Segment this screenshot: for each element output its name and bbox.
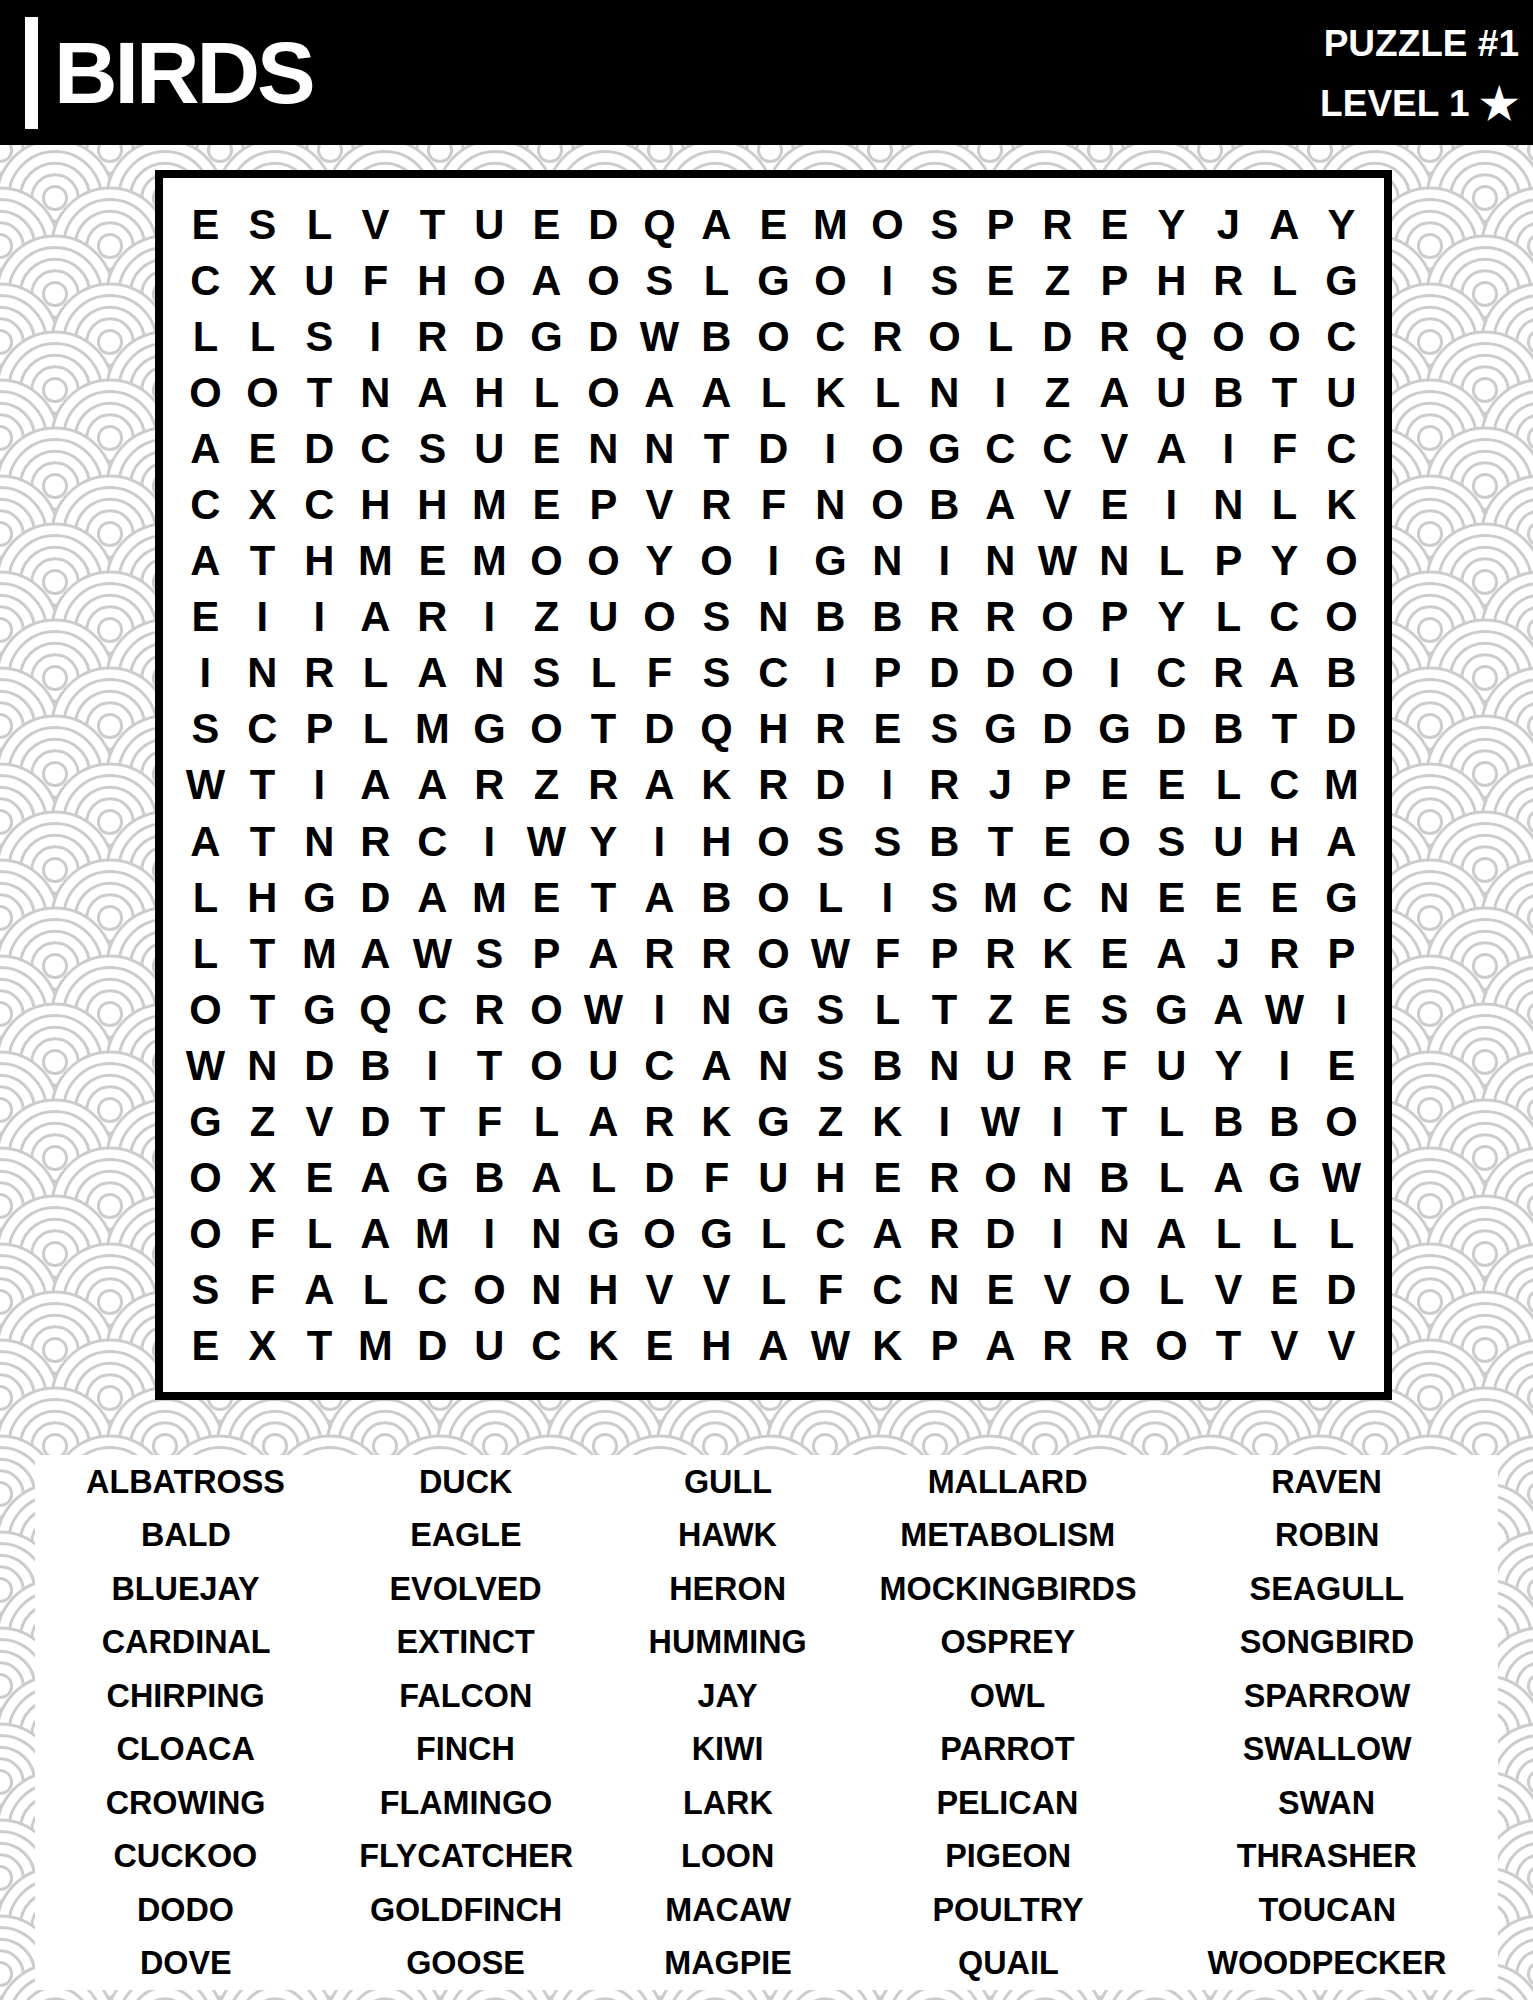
grid-cell[interactable]: E [1087,476,1142,532]
grid-cell[interactable]: A [632,869,687,925]
grid-cell[interactable]: L [348,1262,403,1318]
grid-cell[interactable]: Y [576,813,631,869]
grid-cell[interactable]: V [1087,420,1142,476]
grid-cell[interactable]: U [576,1037,631,1093]
grid-cell[interactable]: M [462,533,517,589]
grid-cell[interactable]: B [916,476,971,532]
grid-cell[interactable]: O [576,252,631,308]
grid-cell[interactable]: I [235,589,290,645]
grid-cell[interactable]: W [1257,981,1312,1037]
grid-cell[interactable]: B [1200,1094,1255,1150]
grid-cell[interactable]: V [1030,476,1085,532]
grid-cell[interactable]: L [1200,757,1255,813]
grid-cell[interactable]: G [803,533,858,589]
grid-cell[interactable]: M [405,1206,460,1262]
grid-cell[interactable]: L [178,308,233,364]
grid-cell[interactable]: I [348,308,403,364]
grid-cell[interactable]: O [860,420,915,476]
grid-cell[interactable]: O [1314,533,1369,589]
grid-cell[interactable]: Y [632,533,687,589]
grid-cell[interactable]: L [1257,476,1312,532]
grid-cell[interactable]: O [178,1150,233,1206]
grid-cell[interactable]: N [746,589,801,645]
grid-cell[interactable]: E [178,196,233,252]
grid-cell[interactable]: P [519,925,574,981]
grid-cell[interactable]: O [462,252,517,308]
grid-cell[interactable]: O [1257,308,1312,364]
grid-cell[interactable]: T [1200,1318,1255,1374]
grid-cell[interactable]: H [291,533,346,589]
grid-cell[interactable]: A [348,589,403,645]
grid-cell[interactable]: R [291,645,346,701]
grid-cell[interactable]: T [916,981,971,1037]
grid-cell[interactable]: W [405,925,460,981]
grid-cell[interactable]: A [1144,925,1199,981]
grid-cell[interactable]: S [235,196,290,252]
grid-cell[interactable]: N [1087,533,1142,589]
grid-cell[interactable]: A [973,476,1028,532]
grid-cell[interactable]: E [860,701,915,757]
grid-cell[interactable]: L [519,364,574,420]
grid-cell[interactable]: T [1257,701,1312,757]
grid-cell[interactable]: N [632,420,687,476]
grid-cell[interactable]: I [803,645,858,701]
grid-cell[interactable]: H [1257,813,1312,869]
grid-cell[interactable]: A [1144,1206,1199,1262]
grid-cell[interactable]: S [689,589,744,645]
grid-cell[interactable]: P [916,925,971,981]
grid-cell[interactable]: L [860,364,915,420]
grid-cell[interactable]: X [235,1150,290,1206]
grid-cell[interactable]: A [348,1206,403,1262]
grid-cell[interactable]: R [973,589,1028,645]
grid-cell[interactable]: C [973,420,1028,476]
grid-cell[interactable]: X [235,252,290,308]
grid-cell[interactable]: A [632,364,687,420]
grid-cell[interactable]: I [860,252,915,308]
grid-cell[interactable]: O [519,701,574,757]
grid-cell[interactable]: F [462,1094,517,1150]
grid-cell[interactable]: D [1144,701,1199,757]
grid-cell[interactable]: R [576,757,631,813]
grid-cell[interactable]: A [348,757,403,813]
grid-cell[interactable]: I [291,757,346,813]
grid-cell[interactable]: D [348,1094,403,1150]
grid-cell[interactable]: A [576,925,631,981]
grid-cell[interactable]: A [1257,196,1312,252]
grid-cell[interactable]: O [235,364,290,420]
grid-cell[interactable]: G [1314,252,1369,308]
grid-cell[interactable]: L [689,252,744,308]
grid-cell[interactable]: R [1030,1037,1085,1093]
grid-cell[interactable]: A [178,533,233,589]
grid-cell[interactable]: O [746,869,801,925]
grid-cell[interactable]: D [576,196,631,252]
grid-cell[interactable]: G [519,308,574,364]
grid-cell[interactable]: O [178,981,233,1037]
grid-cell[interactable]: P [860,645,915,701]
grid-cell[interactable]: I [178,645,233,701]
grid-cell[interactable]: R [1087,308,1142,364]
grid-cell[interactable]: G [178,1094,233,1150]
grid-cell[interactable]: I [803,420,858,476]
grid-cell[interactable]: A [405,869,460,925]
grid-cell[interactable]: E [973,252,1028,308]
grid-cell[interactable]: J [973,757,1028,813]
grid-cell[interactable]: T [405,1094,460,1150]
grid-cell[interactable]: D [462,308,517,364]
grid-cell[interactable]: V [632,476,687,532]
grid-cell[interactable]: Y [1144,589,1199,645]
grid-cell[interactable]: A [178,420,233,476]
grid-cell[interactable]: U [1144,364,1199,420]
grid-cell[interactable]: T [462,1037,517,1093]
grid-cell[interactable]: D [1314,701,1369,757]
grid-cell[interactable]: V [1314,1318,1369,1374]
grid-cell[interactable]: E [291,1150,346,1206]
grid-cell[interactable]: G [1314,869,1369,925]
grid-cell[interactable]: S [462,925,517,981]
grid-cell[interactable]: A [860,1206,915,1262]
grid-cell[interactable]: C [235,701,290,757]
grid-cell[interactable]: R [689,476,744,532]
grid-cell[interactable]: N [973,533,1028,589]
grid-cell[interactable]: E [1257,869,1312,925]
grid-cell[interactable]: B [916,813,971,869]
grid-cell[interactable]: E [519,196,574,252]
grid-cell[interactable]: R [916,589,971,645]
grid-cell[interactable]: Z [1030,364,1085,420]
grid-cell[interactable]: D [1314,1262,1369,1318]
grid-cell[interactable]: M [348,533,403,589]
grid-cell[interactable]: U [576,589,631,645]
grid-cell[interactable]: W [803,925,858,981]
grid-cell[interactable]: L [1144,1150,1199,1206]
grid-cell[interactable]: G [916,420,971,476]
grid-cell[interactable]: A [973,1318,1028,1374]
grid-cell[interactable]: T [291,364,346,420]
grid-cell[interactable]: W [1314,1150,1369,1206]
grid-cell[interactable]: H [576,1262,631,1318]
grid-cell[interactable]: G [746,252,801,308]
grid-cell[interactable]: N [689,981,744,1037]
grid-cell[interactable]: K [1314,476,1369,532]
grid-cell[interactable]: R [632,925,687,981]
grid-cell[interactable]: A [1257,645,1312,701]
grid-cell[interactable]: O [746,925,801,981]
grid-cell[interactable]: P [1087,589,1142,645]
grid-cell[interactable]: C [1144,645,1199,701]
grid-cell[interactable]: I [860,757,915,813]
grid-cell[interactable]: H [689,1318,744,1374]
grid-cell[interactable]: I [1314,981,1369,1037]
grid-cell[interactable]: U [462,196,517,252]
grid-cell[interactable]: N [519,1262,574,1318]
grid-cell[interactable]: J [1200,925,1255,981]
grid-cell[interactable]: B [1200,364,1255,420]
grid-cell[interactable]: L [1314,1206,1369,1262]
grid-cell[interactable]: N [860,533,915,589]
grid-cell[interactable]: R [916,1206,971,1262]
grid-cell[interactable]: R [746,757,801,813]
grid-cell[interactable]: I [632,981,687,1037]
grid-cell[interactable]: Y [1257,533,1312,589]
grid-cell[interactable]: L [746,1206,801,1262]
grid-cell[interactable]: B [1200,701,1255,757]
grid-cell[interactable]: H [348,476,403,532]
grid-cell[interactable]: R [1087,1318,1142,1374]
grid-cell[interactable]: Z [235,1094,290,1150]
grid-cell[interactable]: W [803,1318,858,1374]
grid-cell[interactable]: S [1144,813,1199,869]
grid-cell[interactable]: S [803,1037,858,1093]
grid-cell[interactable]: S [178,1262,233,1318]
grid-cell[interactable]: V [291,1094,346,1150]
grid-cell[interactable]: L [1144,1262,1199,1318]
grid-cell[interactable]: K [860,1094,915,1150]
grid-cell[interactable]: C [178,252,233,308]
grid-cell[interactable]: H [405,476,460,532]
grid-cell[interactable]: L [1257,1206,1312,1262]
grid-cell[interactable]: C [1314,420,1369,476]
grid-cell[interactable]: S [916,701,971,757]
grid-cell[interactable]: L [746,364,801,420]
grid-cell[interactable]: G [405,1150,460,1206]
grid-cell[interactable]: O [860,196,915,252]
grid-cell[interactable]: H [1144,252,1199,308]
grid-cell[interactable]: L [235,308,290,364]
grid-cell[interactable]: O [1314,589,1369,645]
grid-cell[interactable]: C [746,645,801,701]
grid-cell[interactable]: B [348,1037,403,1093]
grid-cell[interactable]: D [916,645,971,701]
grid-cell[interactable]: E [1200,869,1255,925]
grid-cell[interactable]: L [291,1206,346,1262]
grid-cell[interactable]: A [519,252,574,308]
grid-cell[interactable]: R [803,701,858,757]
grid-cell[interactable]: M [291,925,346,981]
grid-cell[interactable]: Z [519,589,574,645]
grid-cell[interactable]: F [803,1262,858,1318]
grid-cell[interactable]: E [973,1262,1028,1318]
grid-cell[interactable]: B [860,1037,915,1093]
grid-cell[interactable]: E [1087,925,1142,981]
grid-cell[interactable]: X [235,1318,290,1374]
grid-cell[interactable]: W [1030,533,1085,589]
grid-cell[interactable]: W [519,813,574,869]
grid-cell[interactable]: P [1030,757,1085,813]
grid-cell[interactable]: R [1257,925,1312,981]
grid-cell[interactable]: A [348,925,403,981]
grid-cell[interactable]: S [519,645,574,701]
grid-cell[interactable]: B [1314,645,1369,701]
grid-cell[interactable]: V [689,1262,744,1318]
grid-cell[interactable]: R [1200,252,1255,308]
grid-cell[interactable]: J [1200,196,1255,252]
grid-cell[interactable]: A [405,645,460,701]
grid-cell[interactable]: O [746,308,801,364]
grid-cell[interactable]: N [519,1206,574,1262]
grid-cell[interactable]: G [462,701,517,757]
grid-cell[interactable]: S [803,813,858,869]
grid-cell[interactable]: I [1087,645,1142,701]
grid-cell[interactable]: M [462,869,517,925]
grid-cell[interactable]: T [235,533,290,589]
grid-cell[interactable]: D [291,420,346,476]
grid-cell[interactable]: V [632,1262,687,1318]
grid-cell[interactable]: T [291,1318,346,1374]
grid-cell[interactable]: I [1030,1206,1085,1262]
grid-cell[interactable]: I [462,1206,517,1262]
grid-cell[interactable]: N [235,645,290,701]
grid-cell[interactable]: Z [1030,252,1085,308]
grid-cell[interactable]: S [916,196,971,252]
grid-cell[interactable]: E [178,1318,233,1374]
grid-cell[interactable]: A [689,196,744,252]
grid-cell[interactable]: E [1087,757,1142,813]
grid-cell[interactable]: O [860,476,915,532]
grid-cell[interactable]: K [576,1318,631,1374]
grid-cell[interactable]: G [1087,701,1142,757]
grid-cell[interactable]: V [348,196,403,252]
grid-cell[interactable]: M [405,701,460,757]
grid-cell[interactable]: O [1314,1094,1369,1150]
grid-cell[interactable]: E [519,420,574,476]
grid-cell[interactable]: E [1030,813,1085,869]
grid-cell[interactable]: E [405,533,460,589]
grid-cell[interactable]: Q [348,981,403,1037]
grid-cell[interactable]: B [1087,1150,1142,1206]
grid-cell[interactable]: E [1087,196,1142,252]
grid-cell[interactable]: R [916,757,971,813]
grid-cell[interactable]: O [689,533,744,589]
grid-cell[interactable]: I [291,589,346,645]
grid-cell[interactable]: H [803,1150,858,1206]
grid-cell[interactable]: G [576,1206,631,1262]
grid-cell[interactable]: T [576,701,631,757]
grid-cell[interactable]: Z [519,757,574,813]
grid-cell[interactable]: L [576,645,631,701]
grid-cell[interactable]: C [632,1037,687,1093]
grid-cell[interactable]: B [462,1150,517,1206]
grid-cell[interactable]: N [1087,869,1142,925]
grid-cell[interactable]: L [178,925,233,981]
grid-cell[interactable]: A [348,1150,403,1206]
grid-cell[interactable]: H [689,813,744,869]
grid-cell[interactable]: O [576,533,631,589]
grid-cell[interactable]: F [235,1262,290,1318]
grid-cell[interactable]: E [1144,869,1199,925]
grid-cell[interactable]: O [1030,645,1085,701]
grid-cell[interactable]: G [1144,981,1199,1037]
grid-cell[interactable]: L [178,869,233,925]
grid-cell[interactable]: R [1030,1318,1085,1374]
grid-cell[interactable]: B [1257,1094,1312,1150]
grid-cell[interactable]: O [973,1150,1028,1206]
grid-cell[interactable]: D [1030,701,1085,757]
grid-cell[interactable]: S [860,813,915,869]
grid-cell[interactable]: T [235,813,290,869]
grid-cell[interactable]: O [178,364,233,420]
grid-cell[interactable]: O [1030,589,1085,645]
grid-cell[interactable]: U [973,1037,1028,1093]
grid-cell[interactable]: C [348,420,403,476]
grid-cell[interactable]: D [632,701,687,757]
grid-cell[interactable]: I [916,1094,971,1150]
grid-cell[interactable]: N [916,1037,971,1093]
grid-cell[interactable]: N [916,1262,971,1318]
grid-cell[interactable]: E [178,589,233,645]
grid-cell[interactable]: B [689,308,744,364]
grid-cell[interactable]: Q [689,701,744,757]
grid-cell[interactable]: E [1314,1037,1369,1093]
grid-cell[interactable]: A [405,757,460,813]
grid-cell[interactable]: L [576,1150,631,1206]
grid-cell[interactable]: R [348,813,403,869]
grid-cell[interactable]: F [1087,1037,1142,1093]
grid-cell[interactable]: L [803,869,858,925]
grid-cell[interactable]: N [1087,1206,1142,1262]
grid-cell[interactable]: G [689,1206,744,1262]
grid-cell[interactable]: C [1257,589,1312,645]
grid-cell[interactable]: F [860,925,915,981]
grid-cell[interactable]: M [803,196,858,252]
grid-cell[interactable]: U [1200,813,1255,869]
grid-cell[interactable]: C [405,981,460,1037]
grid-cell[interactable]: H [235,869,290,925]
grid-cell[interactable]: R [1200,645,1255,701]
grid-cell[interactable]: C [405,813,460,869]
grid-cell[interactable]: O [519,1037,574,1093]
grid-cell[interactable]: I [916,533,971,589]
grid-cell[interactable]: O [1087,813,1142,869]
grid-cell[interactable]: T [576,869,631,925]
grid-cell[interactable]: H [405,252,460,308]
grid-cell[interactable]: L [746,1262,801,1318]
grid-cell[interactable]: O [916,308,971,364]
grid-cell[interactable]: I [632,813,687,869]
grid-cell[interactable]: Q [632,196,687,252]
grid-cell[interactable]: F [632,645,687,701]
grid-cell[interactable]: C [1314,308,1369,364]
grid-cell[interactable]: W [973,1094,1028,1150]
grid-cell[interactable]: A [1087,364,1142,420]
grid-cell[interactable]: P [576,476,631,532]
grid-cell[interactable]: D [973,1206,1028,1262]
grid-cell[interactable]: P [1200,533,1255,589]
grid-cell[interactable]: T [689,420,744,476]
grid-cell[interactable]: I [1257,1037,1312,1093]
grid-cell[interactable]: C [1030,420,1085,476]
grid-cell[interactable]: A [405,364,460,420]
grid-cell[interactable]: N [462,645,517,701]
grid-cell[interactable]: X [235,476,290,532]
grid-cell[interactable]: A [576,1094,631,1150]
grid-cell[interactable]: S [178,701,233,757]
grid-cell[interactable]: N [235,1037,290,1093]
grid-cell[interactable]: N [916,364,971,420]
grid-cell[interactable]: R [689,925,744,981]
grid-cell[interactable]: I [1030,1094,1085,1150]
grid-cell[interactable]: Y [1314,196,1369,252]
grid-cell[interactable]: T [235,757,290,813]
grid-cell[interactable]: A [746,1318,801,1374]
grid-cell[interactable]: N [576,420,631,476]
grid-cell[interactable]: W [178,757,233,813]
grid-cell[interactable]: O [519,981,574,1037]
grid-cell[interactable]: N [803,476,858,532]
grid-cell[interactable]: V [1200,1262,1255,1318]
